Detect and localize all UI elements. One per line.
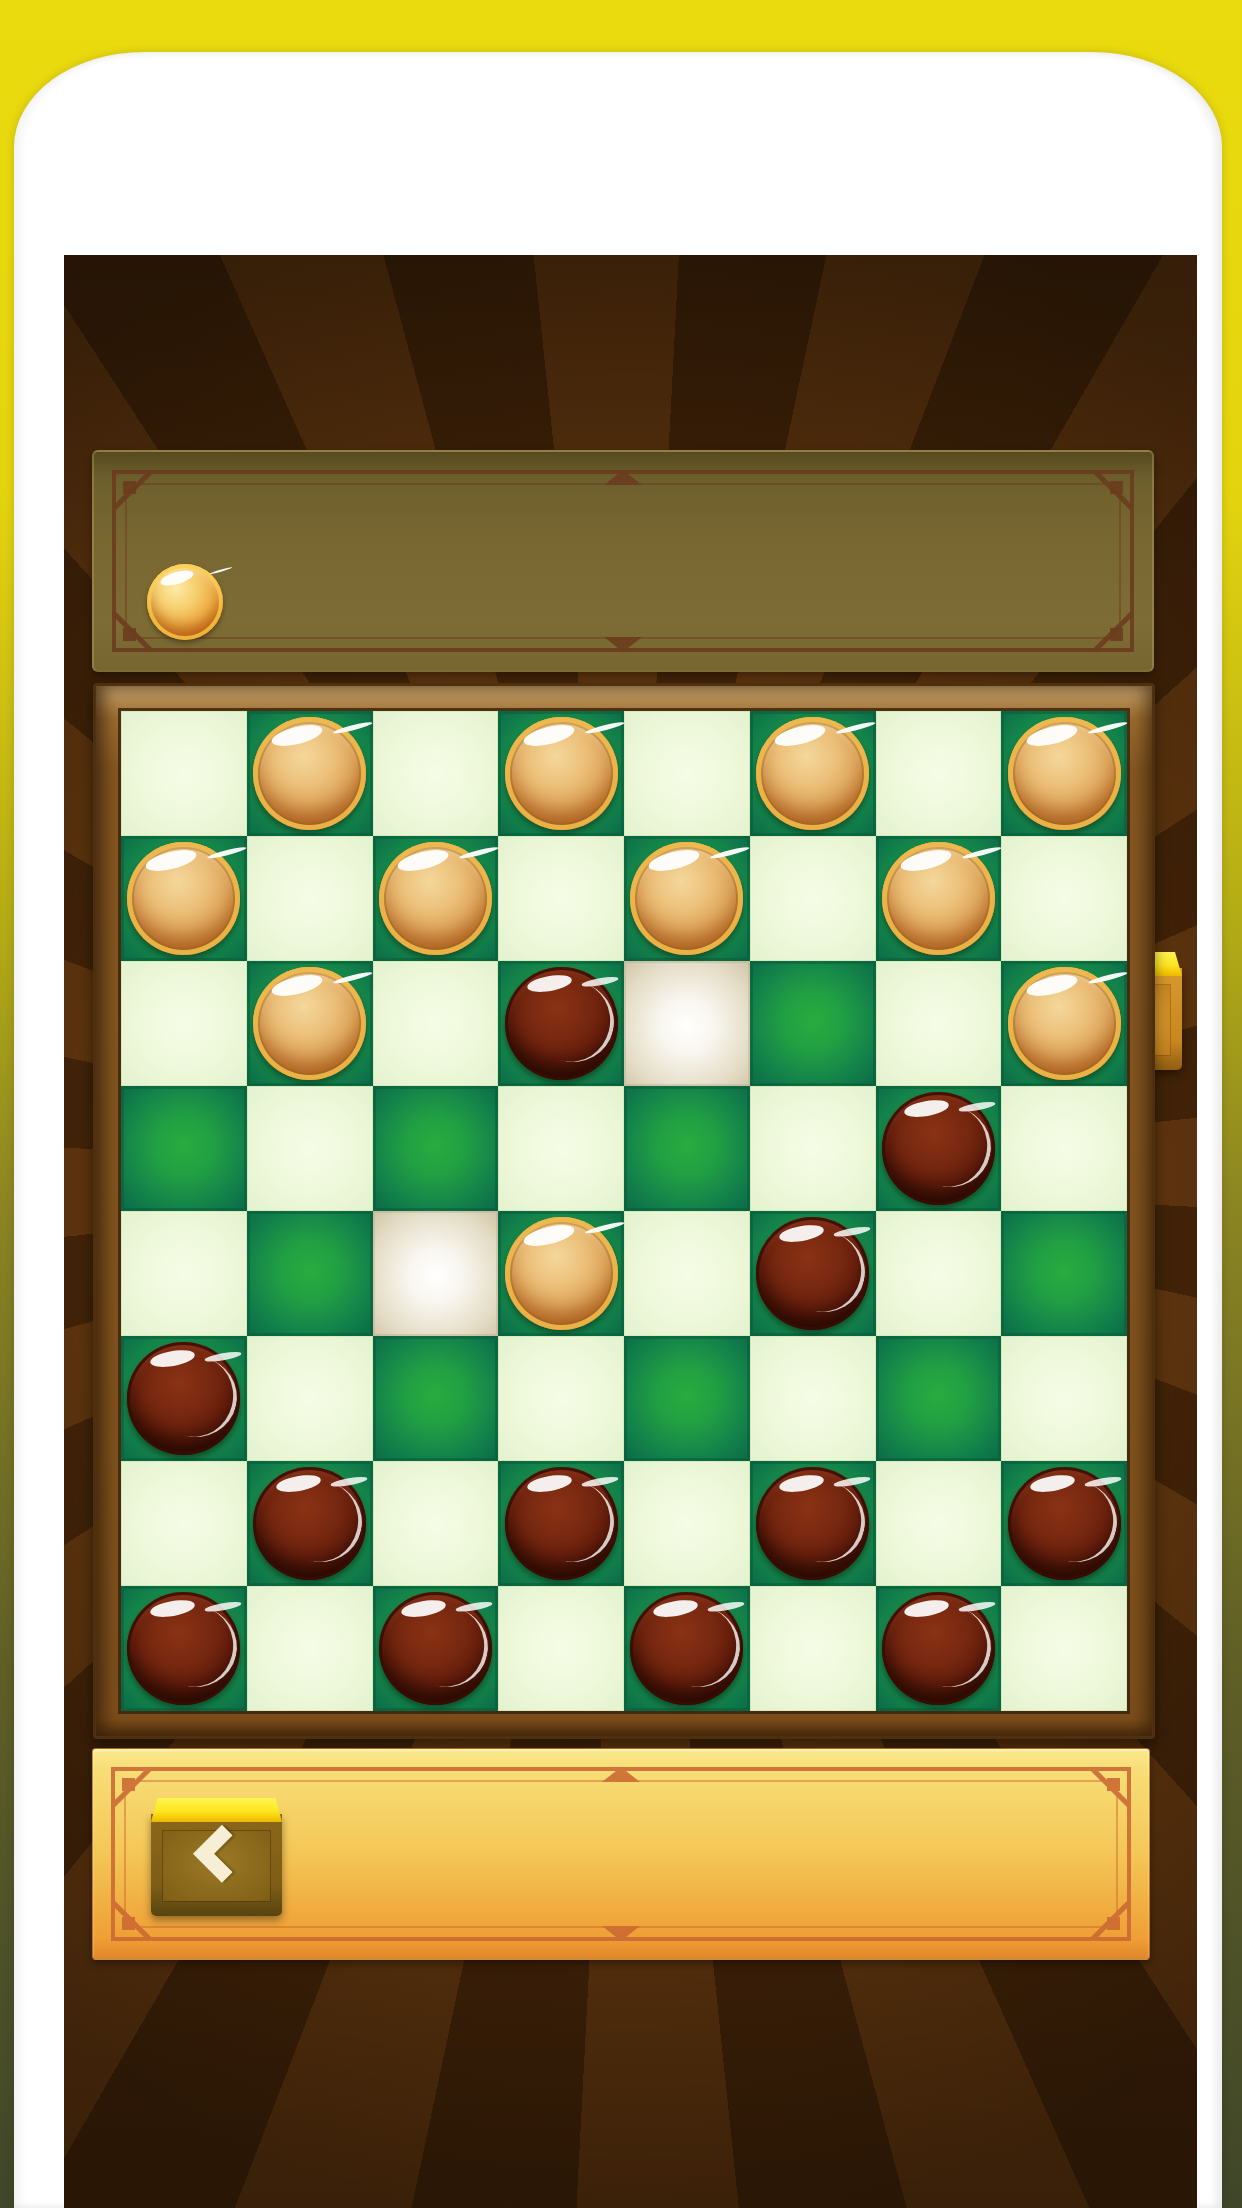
square-r6c6 <box>750 1336 876 1461</box>
square-r5c5 <box>624 1211 750 1336</box>
square-r6c1[interactable] <box>121 1336 247 1461</box>
square-r1c3 <box>373 711 499 836</box>
square-r7c7 <box>876 1461 1002 1586</box>
gold-checker[interactable] <box>379 842 492 955</box>
square-r5c8[interactable] <box>1001 1211 1127 1336</box>
gold-checker[interactable] <box>756 717 869 830</box>
gold-checker[interactable] <box>1008 967 1121 1080</box>
square-r7c6[interactable] <box>750 1461 876 1586</box>
square-r2c5[interactable] <box>624 836 750 961</box>
checkers-board <box>93 683 1155 1739</box>
square-r5c2[interactable] <box>247 1211 373 1336</box>
dark-checker[interactable] <box>756 1467 869 1580</box>
dark-checker[interactable] <box>882 1092 995 1205</box>
square-r7c3 <box>373 1461 499 1586</box>
square-r4c5[interactable] <box>624 1086 750 1211</box>
square-r2c4 <box>498 836 624 961</box>
square-r3c7 <box>876 961 1002 1086</box>
square-r3c2[interactable] <box>247 961 373 1086</box>
dark-checker[interactable] <box>630 1592 743 1705</box>
square-r6c7[interactable] <box>876 1336 1002 1461</box>
square-r5c1 <box>121 1211 247 1336</box>
square-r3c8[interactable] <box>1001 961 1127 1086</box>
square-r4c4 <box>498 1086 624 1211</box>
square-r5c3-highlighted[interactable] <box>373 1211 499 1336</box>
square-r1c6[interactable] <box>750 711 876 836</box>
board-grid <box>118 708 1130 1714</box>
square-r3c3 <box>373 961 499 1086</box>
square-r2c3[interactable] <box>373 836 499 961</box>
square-r8c5[interactable] <box>624 1586 750 1711</box>
gold-checker[interactable] <box>630 842 743 955</box>
square-r7c5 <box>624 1461 750 1586</box>
dark-checker[interactable] <box>127 1342 240 1455</box>
square-r3c5-highlighted[interactable] <box>624 961 750 1086</box>
square-r2c2 <box>247 836 373 961</box>
square-r1c8[interactable] <box>1001 711 1127 836</box>
dark-checker[interactable] <box>882 1592 995 1705</box>
square-r1c5 <box>624 711 750 836</box>
square-r2c6 <box>750 836 876 961</box>
square-r2c1[interactable] <box>121 836 247 961</box>
square-r4c8 <box>1001 1086 1127 1211</box>
square-r8c8 <box>1001 1586 1127 1711</box>
square-r8c3[interactable] <box>373 1586 499 1711</box>
square-r8c2 <box>247 1586 373 1711</box>
dark-checker[interactable] <box>379 1592 492 1705</box>
header-decorative-border <box>112 470 1134 652</box>
turn-indicator-gold-ball-icon <box>147 564 223 640</box>
gold-checker[interactable] <box>253 717 366 830</box>
square-r1c4[interactable] <box>498 711 624 836</box>
square-r6c4 <box>498 1336 624 1461</box>
gold-checker[interactable] <box>253 967 366 1080</box>
square-r2c8 <box>1001 836 1127 961</box>
square-r6c3[interactable] <box>373 1336 499 1461</box>
square-r2c7[interactable] <box>876 836 1002 961</box>
square-r5c7 <box>876 1211 1002 1336</box>
square-r7c4[interactable] <box>498 1461 624 1586</box>
square-r8c1[interactable] <box>121 1586 247 1711</box>
square-r7c8[interactable] <box>1001 1461 1127 1586</box>
top-bar <box>92 450 1154 672</box>
back-button-cap <box>151 1798 282 1822</box>
square-r1c1 <box>121 711 247 836</box>
square-r6c8 <box>1001 1336 1127 1461</box>
square-r8c4 <box>498 1586 624 1711</box>
dark-checker[interactable] <box>127 1592 240 1705</box>
square-r4c3[interactable] <box>373 1086 499 1211</box>
square-r4c6 <box>750 1086 876 1211</box>
square-r6c5[interactable] <box>624 1336 750 1461</box>
dark-checker[interactable] <box>253 1467 366 1580</box>
square-r8c6 <box>750 1586 876 1711</box>
gold-checker[interactable] <box>882 842 995 955</box>
square-r1c7 <box>876 711 1002 836</box>
dark-checker[interactable] <box>1008 1467 1121 1580</box>
square-r4c7[interactable] <box>876 1086 1002 1211</box>
dark-checker[interactable] <box>505 967 618 1080</box>
square-r4c2 <box>247 1086 373 1211</box>
square-r6c2 <box>247 1336 373 1461</box>
back-button[interactable] <box>151 1798 282 1916</box>
square-r5c6[interactable] <box>750 1211 876 1336</box>
dark-checker[interactable] <box>756 1217 869 1330</box>
square-r7c2[interactable] <box>247 1461 373 1586</box>
gold-checker[interactable] <box>505 1217 618 1330</box>
square-r5c4[interactable] <box>498 1211 624 1336</box>
square-r3c4[interactable] <box>498 961 624 1086</box>
bottom-bar <box>92 1748 1150 1960</box>
dark-checker[interactable] <box>505 1467 618 1580</box>
square-r4c1[interactable] <box>121 1086 247 1211</box>
square-r7c1 <box>121 1461 247 1586</box>
gold-checker[interactable] <box>1008 717 1121 830</box>
square-r3c6[interactable] <box>750 961 876 1086</box>
square-r3c1 <box>121 961 247 1086</box>
gold-checker[interactable] <box>127 842 240 955</box>
square-r1c2[interactable] <box>247 711 373 836</box>
square-r8c7[interactable] <box>876 1586 1002 1711</box>
gold-checker[interactable] <box>505 717 618 830</box>
